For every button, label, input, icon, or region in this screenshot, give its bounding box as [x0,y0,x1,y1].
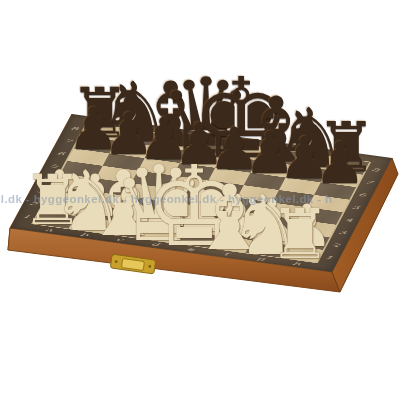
chess-set-photo: aa11bb22cc33dd44ee55ff66gg77hh88 ♜♞♝♛♚♝♞… [0,0,400,400]
rank-label-left-6: 6 [56,151,66,156]
rank-label-left-5: 5 [49,163,59,168]
rank-label-left-7: 7 [63,138,73,143]
file-label-near-c: c [116,237,125,242]
file-label-near-e: e [186,246,195,251]
file-label-far-a: a [103,120,112,125]
rank-label-right-2: 2 [331,242,340,247]
file-label-far-e: e [243,139,252,144]
rank-label-left-4: 4 [43,176,53,181]
file-label-near-b: b [80,232,90,237]
rank-label-right-8: 8 [371,167,380,172]
file-label-near-f: f [223,251,229,256]
rank-label-right-4: 4 [344,217,353,222]
rank-label-left-8: 8 [70,126,80,131]
file-label-near-d: d [151,242,161,247]
file-label-far-f: f [280,144,286,149]
rank-label-right-7: 7 [364,180,373,185]
rank-label-right-3: 3 [338,230,347,235]
watermark-text: el.dk - hyggeonkel.dk - hyggeonkel.dk - … [0,192,400,207]
file-label-far-d: d [208,135,217,140]
file-label-far-b: b [138,125,148,130]
file-label-near-a: a [45,227,54,232]
file-label-far-h: h [349,154,358,159]
file-label-near-h: h [292,261,302,266]
rank-label-left-1: 1 [22,214,32,219]
file-label-near-g: g [257,256,267,261]
file-label-far-g: g [313,149,322,154]
rank-label-right-1: 1 [325,255,334,260]
file-label-far-c: c [173,130,182,135]
